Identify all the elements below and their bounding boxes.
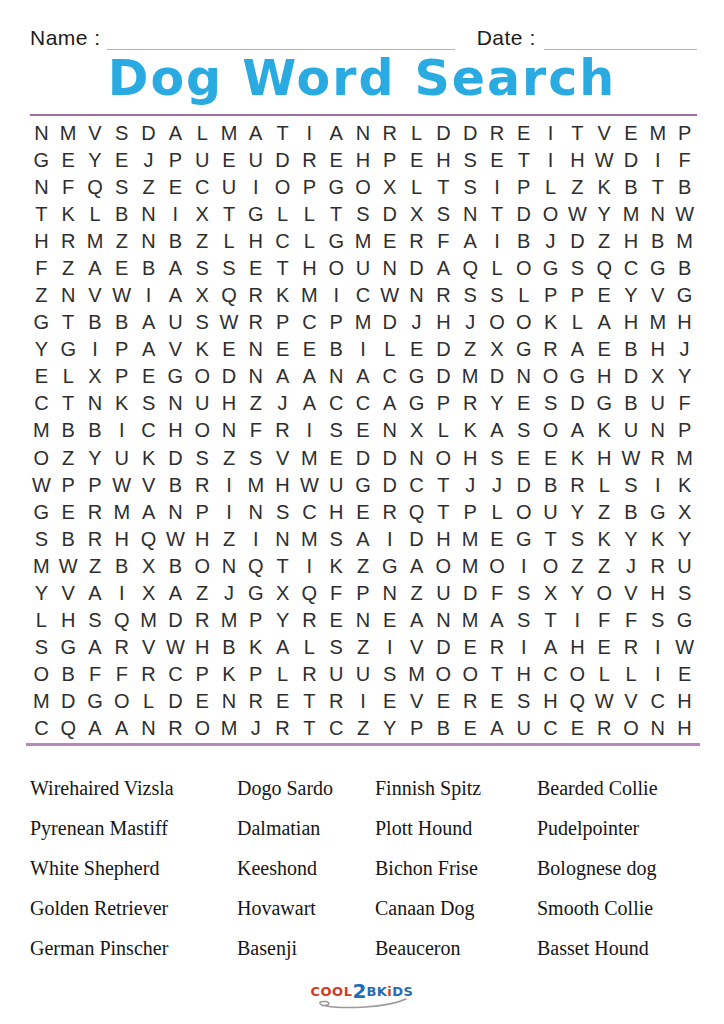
grid-cell[interactable]: F <box>323 580 350 607</box>
grid-cell[interactable]: E <box>376 607 403 634</box>
grid-cell[interactable]: O <box>510 309 537 336</box>
grid-cell[interactable]: K <box>216 661 243 688</box>
grid-cell[interactable]: J <box>269 390 296 417</box>
grid-cell[interactable]: X <box>135 580 162 607</box>
grid-cell[interactable]: Q <box>403 499 430 526</box>
grid-cell[interactable]: H <box>189 526 216 553</box>
grid-cell[interactable]: D <box>457 580 484 607</box>
grid-cell[interactable]: W <box>55 553 82 580</box>
grid-cell[interactable]: N <box>350 120 377 147</box>
grid-cell[interactable]: S <box>484 445 511 472</box>
grid-cell[interactable]: Z <box>55 445 82 472</box>
grid-cell[interactable]: K <box>537 309 564 336</box>
grid-cell[interactable]: G <box>162 363 189 390</box>
grid-cell[interactable]: U <box>350 661 377 688</box>
grid-cell[interactable]: U <box>242 147 269 174</box>
grid-cell[interactable]: H <box>162 417 189 444</box>
grid-cell[interactable]: B <box>108 309 135 336</box>
grid-cell[interactable]: X <box>189 201 216 228</box>
grid-cell[interactable]: H <box>618 309 645 336</box>
grid-cell[interactable]: G <box>510 336 537 363</box>
grid-cell[interactable]: S <box>82 607 109 634</box>
grid-cell[interactable]: I <box>216 499 243 526</box>
grid-cell[interactable]: K <box>55 201 82 228</box>
grid-cell[interactable]: B <box>430 715 457 742</box>
grid-cell[interactable]: G <box>28 147 55 174</box>
grid-cell[interactable]: R <box>403 228 430 255</box>
grid-cell[interactable]: Z <box>242 390 269 417</box>
grid-cell[interactable]: O <box>537 363 564 390</box>
grid-cell[interactable]: N <box>162 390 189 417</box>
grid-cell[interactable]: O <box>269 174 296 201</box>
grid-cell[interactable]: N <box>510 363 537 390</box>
grid-cell[interactable]: J <box>618 553 645 580</box>
grid-cell[interactable]: J <box>457 472 484 499</box>
grid-cell[interactable]: I <box>564 607 591 634</box>
grid-cell[interactable]: R <box>376 120 403 147</box>
grid-cell[interactable]: C <box>403 472 430 499</box>
grid-cell[interactable]: H <box>430 526 457 553</box>
grid-cell[interactable]: K <box>591 174 618 201</box>
grid-cell[interactable]: R <box>296 147 323 174</box>
grid-cell[interactable]: R <box>537 336 564 363</box>
grid-cell[interactable]: D <box>403 526 430 553</box>
grid-cell[interactable]: S <box>510 580 537 607</box>
grid-cell[interactable]: P <box>269 309 296 336</box>
grid-cell[interactable]: S <box>323 417 350 444</box>
grid-cell[interactable]: H <box>564 147 591 174</box>
grid-cell[interactable]: P <box>376 147 403 174</box>
grid-cell[interactable]: I <box>644 147 671 174</box>
grid-cell[interactable]: N <box>82 390 109 417</box>
grid-cell[interactable]: G <box>403 390 430 417</box>
grid-cell[interactable]: C <box>537 661 564 688</box>
grid-cell[interactable]: S <box>28 634 55 661</box>
grid-cell[interactable]: N <box>376 580 403 607</box>
grid-cell[interactable]: L <box>403 174 430 201</box>
grid-cell[interactable]: R <box>376 499 403 526</box>
grid-cell[interactable]: D <box>484 363 511 390</box>
grid-cell[interactable]: N <box>216 553 243 580</box>
grid-cell[interactable]: S <box>457 282 484 309</box>
grid-cell[interactable]: O <box>108 688 135 715</box>
grid-cell[interactable]: W <box>162 634 189 661</box>
grid-cell[interactable]: M <box>457 553 484 580</box>
grid-cell[interactable]: B <box>671 174 698 201</box>
grid-cell[interactable]: N <box>430 607 457 634</box>
grid-cell[interactable]: R <box>564 472 591 499</box>
grid-cell[interactable]: P <box>671 120 698 147</box>
grid-cell[interactable]: A <box>82 634 109 661</box>
grid-cell[interactable]: M <box>296 445 323 472</box>
grid-cell[interactable]: O <box>591 580 618 607</box>
grid-cell[interactable]: T <box>484 201 511 228</box>
grid-cell[interactable]: N <box>403 445 430 472</box>
grid-cell[interactable]: K <box>564 445 591 472</box>
grid-cell[interactable]: U <box>537 499 564 526</box>
grid-cell[interactable]: N <box>216 688 243 715</box>
grid-cell[interactable]: I <box>510 553 537 580</box>
grid-cell[interactable]: I <box>242 526 269 553</box>
grid-cell[interactable]: C <box>323 715 350 742</box>
grid-cell[interactable]: X <box>376 174 403 201</box>
grid-cell[interactable]: P <box>671 417 698 444</box>
grid-cell[interactable]: W <box>108 472 135 499</box>
grid-cell[interactable]: C <box>296 309 323 336</box>
grid-cell[interactable]: B <box>82 417 109 444</box>
grid-cell[interactable]: S <box>564 255 591 282</box>
grid-cell[interactable]: A <box>269 634 296 661</box>
grid-cell[interactable]: W <box>296 472 323 499</box>
grid-cell[interactable]: C <box>189 174 216 201</box>
grid-cell[interactable]: S <box>484 282 511 309</box>
grid-cell[interactable]: B <box>618 336 645 363</box>
grid-cell[interactable]: N <box>644 417 671 444</box>
grid-cell[interactable]: Q <box>55 715 82 742</box>
grid-cell[interactable]: B <box>82 309 109 336</box>
grid-cell[interactable]: Z <box>591 228 618 255</box>
grid-cell[interactable]: R <box>162 715 189 742</box>
grid-cell[interactable]: D <box>350 445 377 472</box>
grid-cell[interactable]: A <box>537 634 564 661</box>
grid-cell[interactable]: P <box>350 580 377 607</box>
grid-cell[interactable]: Q <box>242 553 269 580</box>
grid-cell[interactable]: H <box>618 228 645 255</box>
grid-cell[interactable]: A <box>564 417 591 444</box>
grid-cell[interactable]: G <box>644 499 671 526</box>
grid-cell[interactable]: P <box>430 390 457 417</box>
grid-cell[interactable]: M <box>350 309 377 336</box>
grid-cell[interactable]: Y <box>82 147 109 174</box>
grid-cell[interactable]: R <box>323 688 350 715</box>
grid-cell[interactable]: H <box>510 661 537 688</box>
grid-cell[interactable]: A <box>484 417 511 444</box>
grid-cell[interactable]: X <box>189 282 216 309</box>
grid-cell[interactable]: Y <box>618 526 645 553</box>
grid-cell[interactable]: A <box>564 336 591 363</box>
grid-cell[interactable]: D <box>376 309 403 336</box>
grid-cell[interactable]: W <box>671 634 698 661</box>
grid-cell[interactable]: Z <box>55 255 82 282</box>
grid-cell[interactable]: L <box>269 661 296 688</box>
grid-cell[interactable]: U <box>510 715 537 742</box>
grid-cell[interactable]: N <box>135 228 162 255</box>
grid-cell[interactable]: H <box>269 472 296 499</box>
grid-cell[interactable]: T <box>55 309 82 336</box>
grid-cell[interactable]: F <box>618 607 645 634</box>
grid-cell[interactable]: G <box>537 255 564 282</box>
grid-cell[interactable]: I <box>644 661 671 688</box>
grid-cell[interactable]: C <box>376 363 403 390</box>
grid-cell[interactable]: N <box>135 715 162 742</box>
grid-cell[interactable]: E <box>242 255 269 282</box>
grid-cell[interactable]: C <box>618 255 645 282</box>
grid-cell[interactable]: T <box>216 201 243 228</box>
grid-cell[interactable]: E <box>457 634 484 661</box>
grid-cell[interactable]: L <box>484 499 511 526</box>
grid-cell[interactable]: Z <box>108 228 135 255</box>
grid-cell[interactable]: V <box>618 580 645 607</box>
grid-cell[interactable]: U <box>323 661 350 688</box>
grid-cell[interactable]: B <box>216 634 243 661</box>
grid-cell[interactable]: D <box>510 201 537 228</box>
grid-cell[interactable]: J <box>457 309 484 336</box>
grid-cell[interactable]: R <box>296 661 323 688</box>
grid-cell[interactable]: Y <box>376 715 403 742</box>
grid-cell[interactable]: O <box>510 255 537 282</box>
grid-cell[interactable]: Z <box>457 336 484 363</box>
grid-cell[interactable]: E <box>162 174 189 201</box>
grid-cell[interactable]: D <box>376 445 403 472</box>
grid-cell[interactable]: D <box>430 363 457 390</box>
grid-cell[interactable]: A <box>162 580 189 607</box>
grid-cell[interactable]: N <box>135 201 162 228</box>
grid-cell[interactable]: V <box>403 688 430 715</box>
grid-cell[interactable]: O <box>564 661 591 688</box>
grid-cell[interactable]: L <box>591 661 618 688</box>
grid-cell[interactable]: M <box>671 445 698 472</box>
grid-cell[interactable]: R <box>242 282 269 309</box>
grid-cell[interactable]: R <box>618 634 645 661</box>
grid-cell[interactable]: L <box>618 661 645 688</box>
grid-cell[interactable]: O <box>430 553 457 580</box>
grid-cell[interactable]: N <box>242 336 269 363</box>
grid-cell[interactable]: E <box>484 526 511 553</box>
grid-cell[interactable]: C <box>28 390 55 417</box>
grid-cell[interactable]: N <box>323 363 350 390</box>
grid-cell[interactable]: C <box>296 499 323 526</box>
grid-cell[interactable]: Z <box>135 174 162 201</box>
grid-cell[interactable]: M <box>108 499 135 526</box>
grid-cell[interactable]: A <box>296 363 323 390</box>
grid-cell[interactable]: S <box>510 688 537 715</box>
grid-cell[interactable]: B <box>537 472 564 499</box>
grid-cell[interactable]: B <box>55 526 82 553</box>
grid-cell[interactable]: V <box>403 634 430 661</box>
grid-cell[interactable]: R <box>189 607 216 634</box>
grid-cell[interactable]: F <box>591 607 618 634</box>
grid-cell[interactable]: E <box>108 147 135 174</box>
grid-cell[interactable]: R <box>484 634 511 661</box>
grid-cell[interactable]: E <box>296 336 323 363</box>
grid-cell[interactable]: Z <box>189 580 216 607</box>
grid-cell[interactable]: D <box>162 445 189 472</box>
grid-cell[interactable]: S <box>618 472 645 499</box>
grid-cell[interactable]: H <box>644 580 671 607</box>
grid-cell[interactable]: L <box>216 228 243 255</box>
grid-cell[interactable]: G <box>323 228 350 255</box>
grid-cell[interactable]: L <box>189 120 216 147</box>
grid-cell[interactable]: S <box>323 634 350 661</box>
grid-cell[interactable]: Y <box>28 336 55 363</box>
grid-cell[interactable]: Z <box>28 282 55 309</box>
grid-cell[interactable]: N <box>242 363 269 390</box>
grid-cell[interactable]: T <box>269 120 296 147</box>
grid-cell[interactable]: M <box>82 228 109 255</box>
grid-cell[interactable]: V <box>135 634 162 661</box>
grid-cell[interactable]: E <box>403 147 430 174</box>
grid-cell[interactable]: I <box>537 147 564 174</box>
grid-cell[interactable]: L <box>82 201 109 228</box>
grid-cell[interactable]: X <box>671 499 698 526</box>
grid-cell[interactable]: C <box>269 228 296 255</box>
grid-cell[interactable]: D <box>510 472 537 499</box>
grid-cell[interactable]: M <box>618 201 645 228</box>
grid-cell[interactable]: V <box>162 336 189 363</box>
grid-cell[interactable]: E <box>269 336 296 363</box>
grid-cell[interactable]: W <box>162 526 189 553</box>
grid-cell[interactable]: O <box>189 417 216 444</box>
grid-cell[interactable]: H <box>242 228 269 255</box>
grid-cell[interactable]: D <box>430 634 457 661</box>
grid-cell[interactable]: Y <box>564 580 591 607</box>
grid-cell[interactable]: T <box>537 526 564 553</box>
grid-cell[interactable]: B <box>55 661 82 688</box>
grid-cell[interactable]: O <box>189 363 216 390</box>
grid-cell[interactable]: A <box>296 390 323 417</box>
grid-cell[interactable]: B <box>162 472 189 499</box>
grid-cell[interactable]: A <box>82 715 109 742</box>
grid-cell[interactable]: I <box>376 634 403 661</box>
grid-cell[interactable]: A <box>135 309 162 336</box>
grid-cell[interactable]: D <box>430 336 457 363</box>
grid-cell[interactable]: H <box>671 309 698 336</box>
grid-cell[interactable]: Z <box>189 228 216 255</box>
grid-cell[interactable]: E <box>671 661 698 688</box>
grid-cell[interactable]: R <box>457 688 484 715</box>
grid-cell[interactable]: P <box>537 282 564 309</box>
grid-cell[interactable]: T <box>323 201 350 228</box>
grid-cell[interactable]: N <box>28 120 55 147</box>
grid-cell[interactable]: N <box>242 499 269 526</box>
grid-cell[interactable]: G <box>242 580 269 607</box>
grid-cell[interactable]: P <box>242 607 269 634</box>
grid-cell[interactable]: I <box>484 228 511 255</box>
grid-cell[interactable]: S <box>457 147 484 174</box>
grid-cell[interactable]: T <box>296 715 323 742</box>
grid-cell[interactable]: T <box>564 120 591 147</box>
grid-cell[interactable]: C <box>537 715 564 742</box>
grid-cell[interactable]: I <box>296 120 323 147</box>
grid-cell[interactable]: A <box>484 607 511 634</box>
grid-cell[interactable]: E <box>135 363 162 390</box>
grid-cell[interactable]: A <box>162 255 189 282</box>
grid-cell[interactable]: H <box>430 309 457 336</box>
grid-cell[interactable]: P <box>242 661 269 688</box>
grid-cell[interactable]: I <box>242 174 269 201</box>
grid-cell[interactable]: U <box>108 445 135 472</box>
grid-cell[interactable]: V <box>644 282 671 309</box>
grid-cell[interactable]: H <box>108 526 135 553</box>
grid-cell[interactable]: K <box>189 336 216 363</box>
grid-cell[interactable]: O <box>537 201 564 228</box>
grid-cell[interactable]: S <box>671 580 698 607</box>
grid-cell[interactable]: U <box>323 472 350 499</box>
grid-cell[interactable]: T <box>484 661 511 688</box>
grid-cell[interactable]: H <box>323 499 350 526</box>
grid-cell[interactable]: I <box>135 282 162 309</box>
grid-cell[interactable]: Q <box>135 526 162 553</box>
grid-cell[interactable]: D <box>376 472 403 499</box>
grid-cell[interactable]: Z <box>591 499 618 526</box>
grid-cell[interactable]: H <box>564 634 591 661</box>
grid-cell[interactable]: R <box>242 309 269 336</box>
grid-cell[interactable]: E <box>189 688 216 715</box>
grid-cell[interactable]: O <box>484 309 511 336</box>
grid-cell[interactable]: M <box>216 120 243 147</box>
grid-cell[interactable]: U <box>189 147 216 174</box>
grid-cell[interactable]: A <box>591 309 618 336</box>
grid-cell[interactable]: Z <box>564 174 591 201</box>
grid-cell[interactable]: E <box>510 390 537 417</box>
grid-cell[interactable]: P <box>162 147 189 174</box>
grid-cell[interactable]: I <box>296 417 323 444</box>
grid-cell[interactable]: Q <box>82 174 109 201</box>
grid-cell[interactable]: S <box>242 445 269 472</box>
grid-cell[interactable]: Z <box>591 553 618 580</box>
grid-cell[interactable]: S <box>135 390 162 417</box>
grid-cell[interactable]: N <box>350 607 377 634</box>
grid-cell[interactable]: B <box>323 336 350 363</box>
grid-cell[interactable]: W <box>216 309 243 336</box>
grid-cell[interactable]: E <box>55 499 82 526</box>
grid-cell[interactable]: G <box>403 363 430 390</box>
grid-cell[interactable]: S <box>537 390 564 417</box>
grid-cell[interactable]: Z <box>350 553 377 580</box>
grid-cell[interactable]: I <box>484 174 511 201</box>
grid-cell[interactable]: M <box>457 363 484 390</box>
grid-cell[interactable]: E <box>376 688 403 715</box>
grid-cell[interactable]: G <box>28 309 55 336</box>
grid-cell[interactable]: X <box>403 201 430 228</box>
grid-cell[interactable]: C <box>162 661 189 688</box>
grid-cell[interactable]: J <box>671 336 698 363</box>
grid-cell[interactable]: E <box>323 445 350 472</box>
grid-cell[interactable]: G <box>376 553 403 580</box>
grid-cell[interactable]: Y <box>269 607 296 634</box>
grid-cell[interactable]: C <box>28 715 55 742</box>
grid-cell[interactable]: R <box>296 607 323 634</box>
grid-cell[interactable]: E <box>591 282 618 309</box>
grid-cell[interactable]: W <box>564 201 591 228</box>
grid-cell[interactable]: P <box>564 282 591 309</box>
grid-cell[interactable]: G <box>671 282 698 309</box>
grid-cell[interactable]: O <box>28 661 55 688</box>
grid-cell[interactable]: N <box>644 715 671 742</box>
grid-cell[interactable]: R <box>135 661 162 688</box>
grid-cell[interactable]: A <box>135 499 162 526</box>
grid-cell[interactable]: R <box>269 715 296 742</box>
grid-cell[interactable]: O <box>537 417 564 444</box>
grid-cell[interactable]: I <box>108 417 135 444</box>
grid-cell[interactable]: T <box>269 553 296 580</box>
grid-cell[interactable]: X <box>484 336 511 363</box>
grid-cell[interactable]: H <box>591 363 618 390</box>
grid-cell[interactable]: R <box>644 445 671 472</box>
grid-cell[interactable]: O <box>28 445 55 472</box>
grid-cell[interactable]: V <box>82 282 109 309</box>
grid-cell[interactable]: N <box>269 526 296 553</box>
grid-cell[interactable]: E <box>269 688 296 715</box>
grid-cell[interactable]: Z <box>216 445 243 472</box>
grid-cell[interactable]: D <box>564 390 591 417</box>
grid-cell[interactable]: G <box>55 634 82 661</box>
grid-cell[interactable]: E <box>591 336 618 363</box>
grid-cell[interactable]: Y <box>28 580 55 607</box>
grid-cell[interactable]: T <box>537 607 564 634</box>
grid-cell[interactable]: L <box>55 363 82 390</box>
grid-cell[interactable]: V <box>82 120 109 147</box>
